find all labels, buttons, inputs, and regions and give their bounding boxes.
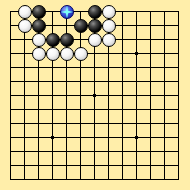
white-stone [102,33,116,47]
black-stone [88,5,102,19]
star-point [135,52,138,55]
star-point [51,136,54,139]
black-stone [74,19,88,33]
white-stone [74,47,88,61]
grid-line-horizontal [10,179,179,180]
white-stone [60,47,74,61]
black-stone [60,33,74,47]
star-point [93,94,96,97]
white-stone [18,5,32,19]
black-stone [46,33,60,47]
grid-line-horizontal [10,137,179,138]
white-stone [32,47,46,61]
grid-line-horizontal [10,165,179,166]
grid-line-horizontal [10,109,179,110]
grid-line-horizontal [10,123,179,124]
black-stone [32,5,46,19]
white-stone [32,33,46,47]
star-point [135,136,138,139]
grid-line-horizontal [10,151,179,152]
black-stone [32,19,46,33]
grid-line-vertical [164,11,165,180]
white-stone [46,47,60,61]
four-pointed-star-icon [61,6,73,18]
marked-stone [60,5,74,19]
white-stone [102,19,116,33]
white-stone [88,33,102,47]
black-stone [88,19,102,33]
go-diagram [0,0,190,190]
grid-line-vertical [122,11,123,180]
white-stone [102,5,116,19]
grid-line-vertical [178,11,179,180]
white-stone [18,19,32,33]
grid-line-vertical [136,11,137,180]
grid-line-vertical [150,11,151,180]
